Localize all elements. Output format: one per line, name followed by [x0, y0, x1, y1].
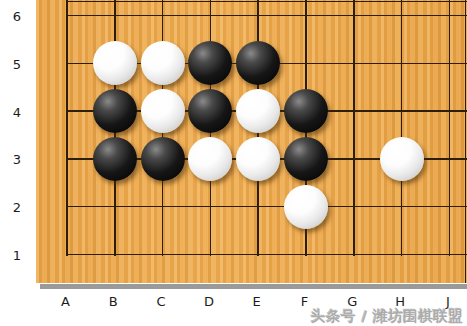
row-label-3: 3: [13, 153, 21, 166]
row-label-4: 4: [13, 105, 21, 118]
col-label-C: C: [157, 295, 166, 308]
row-label-1: 1: [13, 249, 21, 262]
black-stone-D5: [188, 41, 232, 85]
go-diagram: 654321 ABCDEFGHJ 头条号 / 潍坊围棋联盟: [0, 0, 467, 326]
row-label-6: 6: [13, 10, 21, 23]
white-stone-E4: [236, 89, 280, 133]
col-label-H: H: [395, 295, 405, 308]
white-stone-F2: [284, 185, 328, 229]
white-stone-D3: [188, 137, 232, 181]
black-stone-B3: [93, 137, 137, 181]
black-stone-B4: [93, 89, 137, 133]
black-stone-D4: [188, 89, 232, 133]
stones-grid: [43, 0, 467, 278]
board-drop-shadow: [40, 284, 467, 289]
row-label-strip: [0, 0, 36, 283]
white-stone-C4: [141, 89, 185, 133]
col-label-E: E: [253, 295, 261, 308]
black-stone-F3: [284, 137, 328, 181]
col-label-B: B: [109, 295, 118, 308]
white-stone-C5: [141, 41, 185, 85]
white-stone-B5: [93, 41, 137, 85]
col-label-G: G: [347, 295, 357, 308]
col-label-J: J: [446, 295, 450, 308]
watermark-text: 头条号 / 潍坊围棋联盟: [311, 307, 463, 326]
row-label-5: 5: [13, 57, 21, 70]
white-stone-E3: [236, 137, 280, 181]
col-label-F: F: [301, 295, 308, 308]
row-label-2: 2: [13, 201, 21, 214]
black-stone-E5: [236, 41, 280, 85]
black-stone-C3: [141, 137, 185, 181]
black-stone-F4: [284, 89, 328, 133]
col-label-A: A: [61, 295, 70, 308]
col-label-D: D: [204, 295, 214, 308]
white-stone-H3: [380, 137, 424, 181]
